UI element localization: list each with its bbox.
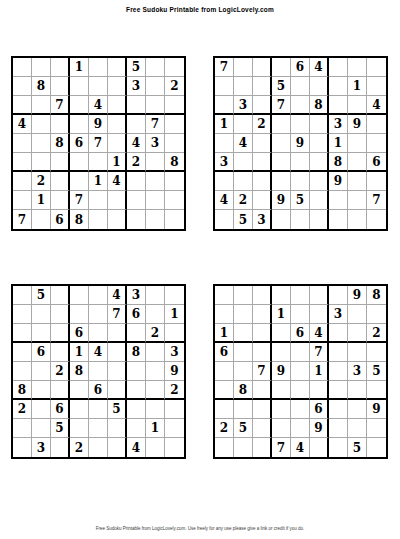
sudoku-cell: [127, 362, 146, 381]
sudoku-cell: [165, 286, 184, 305]
sudoku-cell: [89, 210, 108, 229]
sudoku-cell: 9: [272, 191, 291, 210]
sudoku-cell: 9: [272, 362, 291, 381]
sudoku-cell: [127, 381, 146, 400]
sudoku-cell: 3: [253, 210, 272, 229]
sudoku-cell: [253, 324, 272, 343]
sudoku-cell: [253, 58, 272, 77]
sudoku-cell: [291, 343, 310, 362]
sudoku-cell: [108, 438, 127, 457]
sudoku-cell: [165, 134, 184, 153]
sudoku-cell: [367, 210, 386, 229]
sudoku-cell: [310, 153, 329, 172]
sudoku-cell: [51, 191, 70, 210]
sudoku-cell: [329, 210, 348, 229]
sudoku-cell: [70, 400, 89, 419]
sudoku-cell: [367, 381, 386, 400]
sudoku-cell: [13, 58, 32, 77]
sudoku-cell: 6: [70, 134, 89, 153]
sudoku-cell: [310, 172, 329, 191]
sudoku-cell: [310, 210, 329, 229]
sudoku-cell: [329, 362, 348, 381]
sudoku-cell: [165, 115, 184, 134]
sudoku-cell: [367, 134, 386, 153]
sudoku-cell: [146, 381, 165, 400]
sudoku-cell: [32, 210, 51, 229]
sudoku-cell: [329, 286, 348, 305]
sudoku-cell: [165, 419, 184, 438]
sudoku-cell: [51, 381, 70, 400]
sudoku-cell: [165, 210, 184, 229]
sudoku-cell: [329, 438, 348, 457]
sudoku-cell: [234, 115, 253, 134]
sudoku-cell: 2: [215, 419, 234, 438]
sudoku-cell: [329, 324, 348, 343]
sudoku-cell: 9: [310, 419, 329, 438]
sudoku-cell: 5: [367, 362, 386, 381]
sudoku-cell: 9: [348, 286, 367, 305]
sudoku-cell: [51, 58, 70, 77]
sudoku-cell: [32, 419, 51, 438]
sudoku-cell: [146, 362, 165, 381]
sudoku-cell: [367, 77, 386, 96]
sudoku-cell: [146, 343, 165, 362]
sudoku-cell: 4: [310, 324, 329, 343]
sudoku-cell: [89, 77, 108, 96]
sudoku-cell: 5: [51, 419, 70, 438]
sudoku-cell: [310, 438, 329, 457]
sudoku-cell: 1: [272, 305, 291, 324]
sudoku-cell: [234, 286, 253, 305]
sudoku-cell: 7: [310, 343, 329, 362]
sudoku-cell: [272, 115, 291, 134]
sudoku-cell: 5: [127, 58, 146, 77]
sudoku-cell: [13, 77, 32, 96]
sudoku-cell: [329, 96, 348, 115]
sudoku-cell: [108, 362, 127, 381]
sudoku-cell: 2: [165, 381, 184, 400]
sudoku-cell: [32, 58, 51, 77]
sudoku-cell: 1: [108, 153, 127, 172]
sudoku-cell: [310, 305, 329, 324]
sudoku-cell: [291, 286, 310, 305]
sudoku-cell: [329, 77, 348, 96]
sudoku-cell: 8: [70, 362, 89, 381]
sudoku-cell: 2: [51, 362, 70, 381]
sudoku-cell: [215, 210, 234, 229]
sudoku-cell: [127, 324, 146, 343]
sudoku-cell: 9: [348, 115, 367, 134]
sudoku-cell: [108, 419, 127, 438]
sudoku-cell: 6: [51, 210, 70, 229]
sudoku-cell: [272, 381, 291, 400]
sudoku-cell: [272, 134, 291, 153]
sudoku-cell: 8: [32, 77, 51, 96]
sudoku-cell: [70, 115, 89, 134]
sudoku-cell: [70, 419, 89, 438]
sudoku-cell: [32, 115, 51, 134]
sudoku-cell: [329, 400, 348, 419]
sudoku-cell: [146, 96, 165, 115]
sudoku-cell: [234, 58, 253, 77]
sudoku-cell: 2: [32, 172, 51, 191]
sudoku-cell: [146, 286, 165, 305]
sudoku-cell: 3: [165, 343, 184, 362]
sudoku-cell: [234, 343, 253, 362]
sudoku-cell: [89, 191, 108, 210]
sudoku-cell: 7: [51, 96, 70, 115]
sudoku-cell: [165, 438, 184, 457]
sudoku-cell: 3: [146, 134, 165, 153]
sudoku-cell: [253, 400, 272, 419]
sudoku-cell: [291, 419, 310, 438]
sudoku-cell: [310, 77, 329, 96]
sudoku-cell: [108, 134, 127, 153]
sudoku-cell: [146, 400, 165, 419]
sudoku-cell: 6: [127, 305, 146, 324]
sudoku-cell: [108, 210, 127, 229]
sudoku-cell: 1: [310, 362, 329, 381]
sudoku-board-top-right: 764513784123949138694295753: [213, 56, 388, 231]
sudoku-cell: [234, 305, 253, 324]
sudoku-cell: [127, 419, 146, 438]
sudoku-cell: [234, 172, 253, 191]
sudoku-cell: [70, 153, 89, 172]
sudoku-cell: [51, 115, 70, 134]
sudoku-cell: 9: [367, 400, 386, 419]
sudoku-cell: [253, 153, 272, 172]
sudoku-cell: 5: [272, 77, 291, 96]
sudoku-cell: [253, 286, 272, 305]
sudoku-cell: [348, 58, 367, 77]
sudoku-cell: [13, 153, 32, 172]
sudoku-cell: [348, 381, 367, 400]
sudoku-cell: [253, 77, 272, 96]
sudoku-cell: [89, 438, 108, 457]
sudoku-cell: 2: [70, 438, 89, 457]
sudoku-cell: [253, 343, 272, 362]
sudoku-cell: 1: [215, 115, 234, 134]
sudoku-cell: 6: [215, 343, 234, 362]
footer-text: Free Sudoku Printable from LogicLovely.c…: [0, 526, 400, 531]
sudoku-cell: [367, 305, 386, 324]
sudoku-cell: [13, 343, 32, 362]
sudoku-cell: [127, 96, 146, 115]
sudoku-cell: 8: [70, 210, 89, 229]
sudoku-cell: [51, 438, 70, 457]
sudoku-cell: [291, 172, 310, 191]
sudoku-cell: [367, 172, 386, 191]
sudoku-cell: [89, 58, 108, 77]
sudoku-cell: [253, 305, 272, 324]
sudoku-cell: [215, 77, 234, 96]
sudoku-cell: 5: [348, 438, 367, 457]
sudoku-cell: [215, 400, 234, 419]
sudoku-cell: [146, 305, 165, 324]
sudoku-cell: 8: [329, 153, 348, 172]
sudoku-cell: [329, 381, 348, 400]
sudoku-cell: 4: [127, 438, 146, 457]
sudoku-cell: [215, 286, 234, 305]
sudoku-cell: [89, 362, 108, 381]
sudoku-cell: [32, 96, 51, 115]
sudoku-cell: [329, 58, 348, 77]
sudoku-cell: 3: [348, 362, 367, 381]
sudoku-cell: 4: [89, 343, 108, 362]
sudoku-cell: 8: [13, 381, 32, 400]
sudoku-cell: [89, 153, 108, 172]
sudoku-cell: [348, 210, 367, 229]
sudoku-cell: 1: [32, 191, 51, 210]
sudoku-cell: [348, 134, 367, 153]
sudoku-cell: 4: [234, 134, 253, 153]
sudoku-cell: [146, 210, 165, 229]
sudoku-cell: 4: [291, 438, 310, 457]
sudoku-cell: [310, 381, 329, 400]
sudoku-cell: 3: [215, 153, 234, 172]
sudoku-cell: [165, 324, 184, 343]
sudoku-cell: [108, 115, 127, 134]
sudoku-cell: [13, 96, 32, 115]
sudoku-cell: [310, 286, 329, 305]
sudoku-cell: 4: [127, 134, 146, 153]
sudoku-cell: [32, 381, 51, 400]
sudoku-cell: 1: [70, 343, 89, 362]
sudoku-board-bottom-right: 981316426779135869259745: [213, 284, 388, 459]
sudoku-cell: [253, 96, 272, 115]
sudoku-cell: [51, 305, 70, 324]
sudoku-cell: [215, 134, 234, 153]
sudoku-cell: 1: [70, 58, 89, 77]
sudoku-cell: 2: [253, 115, 272, 134]
sudoku-cell: 6: [291, 58, 310, 77]
sudoku-cell: [367, 438, 386, 457]
sudoku-cell: [253, 134, 272, 153]
sudoku-cell: [367, 115, 386, 134]
sudoku-cell: 9: [329, 172, 348, 191]
sudoku-cell: [215, 305, 234, 324]
sudoku-cell: 6: [310, 400, 329, 419]
sudoku-cell: [310, 134, 329, 153]
sudoku-cell: 3: [127, 77, 146, 96]
sudoku-cell: [70, 172, 89, 191]
sudoku-cell: [272, 153, 291, 172]
sudoku-cell: [51, 343, 70, 362]
sudoku-cell: [32, 153, 51, 172]
sudoku-cell: [70, 77, 89, 96]
sudoku-cell: [310, 115, 329, 134]
sudoku-cell: [234, 77, 253, 96]
sudoku-cell: [146, 172, 165, 191]
sudoku-cell: 2: [367, 324, 386, 343]
sudoku-cell: 7: [146, 115, 165, 134]
sudoku-cell: [291, 115, 310, 134]
sudoku-cell: 3: [127, 286, 146, 305]
sudoku-cell: 4: [108, 172, 127, 191]
sudoku-board-top-left: 15832744978674312821417768: [11, 56, 186, 231]
sudoku-board-bottom-left: 543761626148328986226551324: [11, 284, 186, 459]
sudoku-cell: [215, 381, 234, 400]
sudoku-cell: [32, 305, 51, 324]
sudoku-cell: [329, 343, 348, 362]
sudoku-cell: [127, 210, 146, 229]
sudoku-cell: [272, 286, 291, 305]
sudoku-cell: 7: [108, 305, 127, 324]
sudoku-cell: [108, 191, 127, 210]
sudoku-cell: [108, 324, 127, 343]
sudoku-cell: [291, 381, 310, 400]
sudoku-cell: [89, 305, 108, 324]
sudoku-cell: 7: [367, 191, 386, 210]
sudoku-cell: 8: [51, 134, 70, 153]
sudoku-cell: [13, 438, 32, 457]
sudoku-cell: [108, 77, 127, 96]
sudoku-cell: [146, 191, 165, 210]
sudoku-cell: 4: [13, 115, 32, 134]
printable-page: Free Sudoku Printable from LogicLovely.c…: [0, 0, 400, 539]
sudoku-cell: [146, 58, 165, 77]
sudoku-cell: [291, 153, 310, 172]
sudoku-cell: [108, 58, 127, 77]
sudoku-cell: 6: [291, 324, 310, 343]
sudoku-cell: [272, 210, 291, 229]
sudoku-cell: [291, 210, 310, 229]
sudoku-cell: 8: [234, 381, 253, 400]
sudoku-cell: [127, 191, 146, 210]
sudoku-cell: 1: [348, 77, 367, 96]
sudoku-cell: [108, 381, 127, 400]
sudoku-cell: [146, 153, 165, 172]
sudoku-cell: 7: [13, 210, 32, 229]
sudoku-cell: [89, 286, 108, 305]
sudoku-cell: [13, 305, 32, 324]
sudoku-cell: 5: [108, 400, 127, 419]
sudoku-cell: 8: [310, 96, 329, 115]
sudoku-cell: [70, 286, 89, 305]
sudoku-cell: [51, 77, 70, 96]
sudoku-cell: [89, 400, 108, 419]
sudoku-cell: 2: [13, 400, 32, 419]
sudoku-cell: 4: [89, 96, 108, 115]
sudoku-cell: 1: [165, 305, 184, 324]
sudoku-cell: [367, 419, 386, 438]
sudoku-cell: [291, 96, 310, 115]
sudoku-cell: [253, 438, 272, 457]
sudoku-cell: [348, 419, 367, 438]
sudoku-cell: 9: [291, 134, 310, 153]
sudoku-cell: [367, 58, 386, 77]
sudoku-cell: 8: [165, 153, 184, 172]
sudoku-cell: [234, 324, 253, 343]
sudoku-cell: [348, 400, 367, 419]
sudoku-cell: [215, 172, 234, 191]
sudoku-cell: 2: [165, 77, 184, 96]
sudoku-cell: [215, 438, 234, 457]
sudoku-cell: 5: [291, 191, 310, 210]
sudoku-cell: 3: [32, 438, 51, 457]
sudoku-cell: 8: [127, 343, 146, 362]
sudoku-cell: 5: [32, 286, 51, 305]
sudoku-cell: [291, 77, 310, 96]
sudoku-cell: [165, 96, 184, 115]
sudoku-cell: [367, 343, 386, 362]
sudoku-cell: 6: [70, 324, 89, 343]
sudoku-cell: [165, 172, 184, 191]
sudoku-cell: [89, 419, 108, 438]
sudoku-cell: [253, 172, 272, 191]
sudoku-cell: [165, 58, 184, 77]
sudoku-cell: [253, 419, 272, 438]
sudoku-cell: [165, 191, 184, 210]
sudoku-cell: 5: [234, 419, 253, 438]
sudoku-cell: [127, 172, 146, 191]
sudoku-cell: [51, 153, 70, 172]
sudoku-cell: [51, 286, 70, 305]
sudoku-cell: [329, 419, 348, 438]
sudoku-cell: [32, 324, 51, 343]
sudoku-cell: 4: [108, 286, 127, 305]
sudoku-cell: [127, 115, 146, 134]
sudoku-cell: [70, 381, 89, 400]
sudoku-cell: [13, 191, 32, 210]
sudoku-cell: 6: [51, 400, 70, 419]
sudoku-cell: 3: [329, 305, 348, 324]
sudoku-cell: 7: [272, 438, 291, 457]
sudoku-cell: 2: [146, 324, 165, 343]
sudoku-cell: [272, 172, 291, 191]
sudoku-cell: [272, 400, 291, 419]
sudoku-cell: [253, 381, 272, 400]
sudoku-cell: 9: [89, 115, 108, 134]
sudoku-cell: [146, 438, 165, 457]
sudoku-cell: 5: [234, 210, 253, 229]
page-title: Free Sudoku Printable from LogicLovely.c…: [0, 6, 400, 13]
sudoku-cell: [13, 324, 32, 343]
sudoku-cell: [13, 286, 32, 305]
sudoku-cell: [108, 343, 127, 362]
sudoku-cell: 7: [272, 96, 291, 115]
sudoku-cell: 7: [70, 191, 89, 210]
sudoku-cell: 1: [146, 419, 165, 438]
sudoku-cell: [13, 362, 32, 381]
sudoku-cell: [70, 96, 89, 115]
sudoku-cell: [32, 134, 51, 153]
sudoku-cell: [51, 172, 70, 191]
sudoku-cell: 2: [234, 191, 253, 210]
sudoku-cell: [272, 419, 291, 438]
sudoku-cell: [291, 400, 310, 419]
sudoku-cell: 4: [215, 191, 234, 210]
sudoku-cell: [272, 58, 291, 77]
sudoku-cell: [13, 172, 32, 191]
sudoku-cell: [70, 305, 89, 324]
sudoku-cell: [272, 324, 291, 343]
sudoku-cell: [348, 191, 367, 210]
sudoku-cell: [234, 400, 253, 419]
sudoku-cell: [146, 77, 165, 96]
sudoku-cell: 4: [367, 96, 386, 115]
sudoku-cell: 3: [234, 96, 253, 115]
sudoku-cell: [348, 153, 367, 172]
sudoku-cell: [310, 191, 329, 210]
sudoku-cell: 1: [329, 134, 348, 153]
sudoku-cell: 6: [89, 381, 108, 400]
sudoku-cell: [32, 400, 51, 419]
sudoku-cell: [272, 343, 291, 362]
sudoku-cell: 6: [32, 343, 51, 362]
sudoku-cell: 7: [89, 134, 108, 153]
sudoku-cell: 7: [215, 58, 234, 77]
